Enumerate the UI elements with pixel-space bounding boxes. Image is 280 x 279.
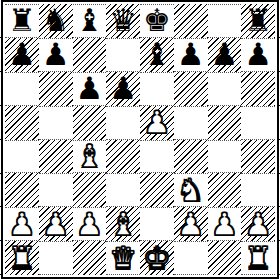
square-f6[interactable] xyxy=(174,72,208,106)
square-c8[interactable]: ♝ xyxy=(73,4,107,38)
square-a7[interactable]: ♟ xyxy=(5,38,39,72)
square-d2[interactable]: ♝ xyxy=(106,207,140,241)
piece-black-queen: ♛ xyxy=(109,5,137,36)
square-h8[interactable]: ♜ xyxy=(241,4,275,38)
piece-white-bishop: ♝ xyxy=(75,141,103,172)
square-a8[interactable]: ♜ xyxy=(5,4,39,38)
square-d3[interactable] xyxy=(106,173,140,207)
square-b8[interactable]: ♞ xyxy=(39,4,73,38)
piece-black-pawn: ♟ xyxy=(42,39,70,70)
piece-black-pawn: ♟ xyxy=(8,39,36,70)
piece-black-rook: ♜ xyxy=(244,5,272,36)
piece-white-king: ♚ xyxy=(143,243,171,274)
square-f8[interactable] xyxy=(174,4,208,38)
piece-white-rook: ♜ xyxy=(244,243,272,274)
piece-black-bishop: ♝ xyxy=(143,39,171,70)
square-h1[interactable]: ♜ xyxy=(241,241,275,275)
square-b2[interactable]: ♟ xyxy=(39,207,73,241)
square-h3[interactable] xyxy=(241,173,275,207)
square-c3[interactable] xyxy=(73,173,107,207)
square-g5[interactable] xyxy=(208,106,242,140)
square-c6[interactable]: ♟ xyxy=(73,72,107,106)
chess-diagram: ♜♞♝♛♚♜♟♟♝♟♟♟♟♟♟♝♞♟♟♟♝♟♟♟♜♛♚♜ xyxy=(0,0,280,279)
square-f2[interactable]: ♟ xyxy=(174,207,208,241)
piece-white-pawn: ♟ xyxy=(244,209,272,240)
piece-black-pawn: ♟ xyxy=(244,39,272,70)
square-a6[interactable] xyxy=(5,72,39,106)
square-e7[interactable]: ♝ xyxy=(140,38,174,72)
square-e3[interactable] xyxy=(140,173,174,207)
piece-white-rook: ♜ xyxy=(8,243,36,274)
square-e8[interactable]: ♚ xyxy=(140,4,174,38)
piece-black-knight: ♞ xyxy=(42,5,70,36)
square-b5[interactable] xyxy=(39,106,73,140)
square-a5[interactable] xyxy=(5,106,39,140)
piece-black-pawn: ♟ xyxy=(109,73,137,104)
square-f3[interactable]: ♞ xyxy=(174,173,208,207)
square-b1[interactable] xyxy=(39,241,73,275)
square-h4[interactable] xyxy=(241,140,275,174)
square-g1[interactable] xyxy=(208,241,242,275)
square-e6[interactable] xyxy=(140,72,174,106)
board-frame: ♜♞♝♛♚♜♟♟♝♟♟♟♟♟♟♝♞♟♟♟♝♟♟♟♜♛♚♜ xyxy=(1,0,279,279)
square-d6[interactable]: ♟ xyxy=(106,72,140,106)
piece-black-pawn: ♟ xyxy=(75,73,103,104)
square-c1[interactable] xyxy=(73,241,107,275)
piece-white-pawn: ♟ xyxy=(8,209,36,240)
square-c5[interactable] xyxy=(73,106,107,140)
square-a4[interactable] xyxy=(5,140,39,174)
square-f1[interactable] xyxy=(174,241,208,275)
piece-white-pawn: ♟ xyxy=(75,209,103,240)
square-g8[interactable] xyxy=(208,4,242,38)
piece-black-king: ♚ xyxy=(143,5,171,36)
square-b3[interactable] xyxy=(39,173,73,207)
square-e2[interactable] xyxy=(140,207,174,241)
square-g4[interactable] xyxy=(208,140,242,174)
square-g6[interactable] xyxy=(208,72,242,106)
piece-white-pawn: ♟ xyxy=(42,209,70,240)
piece-white-knight: ♞ xyxy=(177,175,205,206)
piece-white-pawn: ♟ xyxy=(177,209,205,240)
piece-black-pawn: ♟ xyxy=(177,39,205,70)
square-h5[interactable] xyxy=(241,106,275,140)
piece-black-bishop: ♝ xyxy=(75,5,103,36)
square-g3[interactable] xyxy=(208,173,242,207)
square-g7[interactable]: ♟ xyxy=(208,38,242,72)
square-h2[interactable]: ♟ xyxy=(241,207,275,241)
piece-white-queen: ♛ xyxy=(109,243,137,274)
square-b6[interactable] xyxy=(39,72,73,106)
square-a1[interactable]: ♜ xyxy=(5,241,39,275)
square-h6[interactable] xyxy=(241,72,275,106)
piece-white-pawn: ♟ xyxy=(210,209,238,240)
square-c7[interactable] xyxy=(73,38,107,72)
chess-board: ♜♞♝♛♚♜♟♟♝♟♟♟♟♟♟♝♞♟♟♟♝♟♟♟♜♛♚♜ xyxy=(5,4,275,275)
square-d8[interactable]: ♛ xyxy=(106,4,140,38)
square-h7[interactable]: ♟ xyxy=(241,38,275,72)
square-e4[interactable] xyxy=(140,140,174,174)
piece-black-rook: ♜ xyxy=(8,5,36,36)
square-c4[interactable]: ♝ xyxy=(73,140,107,174)
piece-white-bishop: ♝ xyxy=(109,209,137,240)
piece-black-pawn: ♟ xyxy=(210,39,238,70)
square-f7[interactable]: ♟ xyxy=(174,38,208,72)
square-a3[interactable] xyxy=(5,173,39,207)
square-a2[interactable]: ♟ xyxy=(5,207,39,241)
square-e5[interactable]: ♟ xyxy=(140,106,174,140)
square-c2[interactable]: ♟ xyxy=(73,207,107,241)
square-d5[interactable] xyxy=(106,106,140,140)
square-g2[interactable]: ♟ xyxy=(208,207,242,241)
square-d7[interactable] xyxy=(106,38,140,72)
square-d4[interactable] xyxy=(106,140,140,174)
square-f4[interactable] xyxy=(174,140,208,174)
square-e1[interactable]: ♚ xyxy=(140,241,174,275)
square-f5[interactable] xyxy=(174,106,208,140)
square-b4[interactable] xyxy=(39,140,73,174)
square-b7[interactable]: ♟ xyxy=(39,38,73,72)
square-d1[interactable]: ♛ xyxy=(106,241,140,275)
piece-white-pawn: ♟ xyxy=(143,107,171,138)
